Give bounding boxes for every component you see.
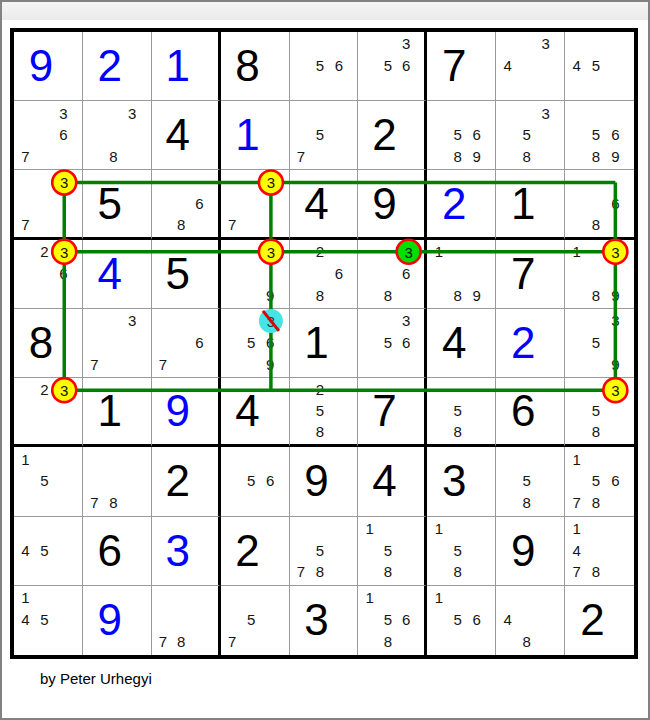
candidate-grid: 268 [292, 241, 349, 306]
candidate-grid: 3569 [223, 310, 280, 375]
cell-r1c8[interactable]: 34 [496, 32, 565, 101]
candidate-6: 6 [397, 55, 415, 77]
candidate-grid: 145 [16, 587, 73, 653]
candidate-8: 8 [311, 421, 330, 442]
candidate-3: 3 [123, 102, 142, 124]
candidate-grid: 48 [498, 587, 555, 653]
candidate-1: 1 [360, 587, 378, 609]
cell-r4c9[interactable]: 1389 [565, 240, 634, 309]
candidate-5: 5 [242, 609, 261, 631]
sudoku-board: 9218563567344536738415725689358568937568… [10, 28, 638, 659]
candidate-7: 7 [223, 631, 242, 653]
given-digit: 8 [221, 32, 275, 100]
candidate-4: 4 [498, 609, 517, 631]
cell-r5c2[interactable]: 37 [83, 309, 152, 378]
candidate-5: 5 [379, 332, 397, 354]
candidate-grid: 37 [85, 310, 142, 375]
candidate-grid: 1478 [567, 518, 625, 583]
candidate-1: 1 [16, 448, 35, 470]
candidate-6: 6 [329, 55, 348, 77]
candidate-grid: 39 [223, 241, 280, 306]
candidate-8: 8 [172, 631, 190, 653]
candidate-7: 7 [567, 492, 586, 514]
cell-r3c3[interactable]: 68 [152, 170, 221, 239]
candidate-5: 5 [586, 55, 605, 77]
candidate-5: 5 [35, 609, 54, 631]
candidate-8: 8 [379, 631, 397, 653]
candidate-3: 3 [606, 241, 625, 263]
candidate-1: 1 [567, 448, 586, 470]
candidate-5: 5 [586, 124, 605, 146]
candidate-5: 5 [35, 470, 54, 492]
cell-r1c4[interactable]: 8 [221, 32, 290, 101]
cell-r6c9[interactable]: 358 [565, 378, 634, 447]
candidate-1: 1 [429, 587, 448, 609]
candidate-6: 6 [261, 332, 280, 354]
candidate-grid: 359 [567, 310, 625, 375]
candidate-3: 3 [261, 171, 280, 192]
candidate-grid: 78 [154, 587, 209, 653]
candidate-grid: 15678 [567, 448, 625, 513]
given-digit: 4 [358, 447, 410, 515]
given-digit: 7 [358, 378, 410, 444]
candidate-grid: 34 [498, 33, 555, 98]
candidate-6: 6 [467, 124, 486, 146]
cell-r7c4[interactable]: 56 [221, 447, 290, 516]
candidate-9: 9 [606, 353, 625, 375]
cell-r4c2[interactable]: 4 [83, 240, 152, 309]
cell-r4c7[interactable]: 189 [427, 240, 496, 309]
candidate-3: 3 [54, 171, 73, 192]
cell-r7c2[interactable]: 78 [83, 447, 152, 516]
given-digit: 9 [358, 170, 410, 236]
candidate-4: 4 [16, 609, 35, 631]
cell-r7c5[interactable]: 9 [290, 447, 359, 516]
cell-r9c9[interactable]: 2 [565, 586, 634, 655]
given-digit: 3 [290, 586, 344, 655]
candidate-4: 4 [567, 539, 586, 561]
candidate-grid: 58 [498, 448, 555, 513]
top-toolbar [2, 2, 648, 20]
candidate-grid: 5689 [429, 102, 486, 167]
cell-r1c6[interactable]: 356 [358, 32, 427, 101]
candidate-grid: 158 [429, 518, 486, 583]
candidate-3: 3 [536, 33, 555, 55]
candidate-3: 3 [397, 310, 415, 332]
candidate-3: 3 [261, 241, 280, 263]
candidate-5: 5 [311, 124, 330, 146]
cell-r4c5[interactable]: 268 [290, 240, 359, 309]
candidate-grid: 158 [360, 518, 415, 583]
sudoku-board-container: 9218563567344536738415725689358568937568… [10, 28, 638, 659]
entered-digit: 1 [152, 32, 204, 100]
candidate-grid: 56 [292, 33, 349, 98]
cell-r9c4[interactable]: 57 [221, 586, 290, 655]
candidate-grid: 358 [567, 379, 625, 442]
cell-r3c4[interactable]: 37 [221, 170, 290, 239]
cell-r1c2[interactable]: 2 [83, 32, 152, 101]
cell-r6c5[interactable]: 258 [290, 378, 359, 447]
candidate-8: 8 [586, 492, 605, 514]
cell-r7c7[interactable]: 3 [427, 447, 496, 516]
cell-r3c8[interactable]: 1 [496, 170, 565, 239]
candidate-1: 1 [16, 587, 35, 609]
given-digit: 6 [83, 517, 137, 585]
cell-r7c6[interactable]: 4 [358, 447, 427, 516]
candidate-grid: 45 [567, 33, 625, 98]
candidate-3: 3 [54, 379, 73, 400]
candidate-8: 8 [172, 214, 190, 235]
candidate-8: 8 [379, 284, 397, 306]
candidate-grid: 37 [223, 171, 280, 234]
given-digit: 4 [152, 101, 204, 169]
candidate-grid: 5689 [567, 102, 625, 167]
candidate-9: 9 [606, 146, 625, 168]
candidate-5: 5 [311, 55, 330, 77]
candidate-3: 3 [536, 102, 555, 124]
cell-r6c3[interactable]: 9 [152, 378, 221, 447]
candidate-2: 2 [35, 379, 54, 400]
entered-digit: 2 [427, 170, 481, 236]
cell-r1c5[interactable]: 56 [290, 32, 359, 101]
candidate-6: 6 [329, 262, 348, 284]
candidate-7: 7 [223, 214, 242, 235]
cell-r2c9[interactable]: 5689 [565, 101, 634, 170]
candidate-4: 4 [567, 55, 586, 77]
candidate-grid: 156 [429, 587, 486, 653]
cell-r8c6[interactable]: 158 [358, 517, 427, 586]
cell-r4c1[interactable]: 236 [14, 240, 83, 309]
candidate-7: 7 [292, 561, 311, 583]
candidate-8: 8 [586, 146, 605, 168]
candidate-7: 7 [154, 353, 172, 375]
candidate-1: 1 [429, 241, 448, 263]
candidate-8: 8 [311, 284, 330, 306]
candidate-6: 6 [54, 124, 73, 146]
cell-r9c3[interactable]: 78 [152, 586, 221, 655]
given-digit: 1 [496, 170, 550, 236]
candidate-9: 9 [261, 353, 280, 375]
candidate-5: 5 [586, 332, 605, 354]
candidate-8: 8 [311, 561, 330, 583]
given-digit: 9 [496, 517, 550, 585]
given-digit: 8 [14, 309, 68, 377]
given-digit: 9 [290, 447, 344, 515]
cell-r6c6[interactable]: 7 [358, 378, 427, 447]
cell-r2c7[interactable]: 5689 [427, 101, 496, 170]
candidate-8: 8 [379, 561, 397, 583]
cell-r7c8[interactable]: 58 [496, 447, 565, 516]
candidate-grid: 15 [16, 448, 73, 513]
cell-r8c3[interactable]: 3 [152, 517, 221, 586]
candidate-grid: 57 [223, 587, 280, 653]
candidate-9: 9 [261, 284, 280, 306]
candidate-3: 3 [54, 102, 73, 124]
cell-r7c9[interactable]: 15678 [565, 447, 634, 516]
given-digit: 4 [221, 378, 275, 444]
candidate-7: 7 [154, 631, 172, 653]
cell-r2c5[interactable]: 57 [290, 101, 359, 170]
candidate-9: 9 [606, 284, 625, 306]
candidate-9: 9 [467, 284, 486, 306]
candidate-8: 8 [104, 492, 123, 514]
candidate-6: 6 [54, 262, 73, 284]
candidate-4: 4 [498, 55, 517, 77]
candidate-6: 6 [397, 332, 415, 354]
candidate-5: 5 [311, 400, 330, 421]
candidate-grid: 38 [85, 102, 142, 167]
cell-r9c8[interactable]: 48 [496, 586, 565, 655]
app-window: 9218563567344536738415725689358568937568… [0, 0, 650, 720]
candidate-grid: 37 [16, 171, 73, 234]
entered-digit: 9 [14, 32, 68, 100]
candidate-3: 3 [123, 310, 142, 332]
candidate-grid: 78 [85, 448, 142, 513]
candidate-8: 8 [586, 214, 605, 235]
candidate-7: 7 [567, 561, 586, 583]
cell-r5c3[interactable]: 67 [152, 309, 221, 378]
candidate-2: 2 [311, 241, 330, 263]
candidate-5: 5 [379, 55, 397, 77]
candidate-4: 4 [16, 539, 35, 561]
candidate-3: 3 [397, 241, 415, 263]
candidate-6: 6 [397, 262, 415, 284]
given-digit: 2 [358, 101, 410, 169]
candidate-7: 7 [292, 146, 311, 168]
candidate-6: 6 [261, 470, 280, 492]
cell-r6c1[interactable]: 23 [14, 378, 83, 447]
given-digit: 5 [83, 170, 137, 236]
entered-digit: 9 [83, 586, 137, 655]
candidate-5: 5 [448, 539, 467, 561]
candidate-8: 8 [448, 561, 467, 583]
candidate-1: 1 [567, 518, 586, 540]
candidate-5: 5 [517, 124, 536, 146]
cell-r8c5[interactable]: 578 [290, 517, 359, 586]
cell-r3c2[interactable]: 5 [83, 170, 152, 239]
cell-r5c8[interactable]: 2 [496, 309, 565, 378]
candidate-7: 7 [16, 214, 35, 235]
candidate-grid: 356 [360, 33, 415, 98]
cell-r4c8[interactable]: 7 [496, 240, 565, 309]
candidate-8: 8 [448, 421, 467, 442]
cell-r2c1[interactable]: 367 [14, 101, 83, 170]
cell-r8c7[interactable]: 158 [427, 517, 496, 586]
cell-r5c7[interactable]: 4 [427, 309, 496, 378]
candidate-9: 9 [467, 146, 486, 168]
candidate-grid: 367 [16, 102, 73, 167]
cell-r2c4[interactable]: 1 [221, 101, 290, 170]
candidate-grid: 189 [429, 241, 486, 306]
candidate-8: 8 [448, 146, 467, 168]
candidate-1: 1 [429, 518, 448, 540]
candidate-5: 5 [448, 609, 467, 631]
entered-digit: 4 [83, 240, 137, 308]
cell-r3c6[interactable]: 9 [358, 170, 427, 239]
candidate-grid: 58 [429, 379, 486, 442]
candidate-6: 6 [397, 609, 415, 631]
candidate-8: 8 [104, 146, 123, 168]
candidate-5: 5 [379, 609, 397, 631]
candidate-grid: 258 [292, 379, 349, 442]
candidate-6: 6 [190, 193, 208, 214]
cell-r7c3[interactable]: 2 [152, 447, 221, 516]
candidate-grid: 1568 [360, 587, 415, 653]
candidate-5: 5 [311, 539, 330, 561]
candidate-6: 6 [467, 609, 486, 631]
cell-r4c3[interactable]: 5 [152, 240, 221, 309]
candidate-grid: 68 [567, 171, 625, 234]
candidate-grid: 67 [154, 310, 209, 375]
candidate-5: 5 [517, 470, 536, 492]
candidate-grid: 45 [16, 518, 73, 583]
cell-r8c4[interactable]: 2 [221, 517, 290, 586]
cell-r5c4[interactable]: 3569 [221, 309, 290, 378]
candidate-6: 6 [606, 124, 625, 146]
candidate-grid: 356 [360, 310, 415, 375]
entered-digit: 1 [221, 101, 275, 169]
candidate-5: 5 [379, 539, 397, 561]
candidate-7: 7 [85, 492, 104, 514]
given-digit: 4 [427, 309, 481, 377]
candidate-6: 6 [190, 332, 208, 354]
credit-text: by Peter Urhegyi [40, 670, 152, 687]
candidate-7: 7 [16, 146, 35, 168]
cell-r6c4[interactable]: 4 [221, 378, 290, 447]
candidate-grid: 68 [154, 171, 209, 234]
cell-r3c5[interactable]: 4 [290, 170, 359, 239]
cell-r1c3[interactable]: 1 [152, 32, 221, 101]
candidate-7: 7 [85, 353, 104, 375]
candidate-2: 2 [311, 379, 330, 400]
cell-r4c6[interactable]: 368 [358, 240, 427, 309]
candidate-5: 5 [448, 124, 467, 146]
candidate-3: 3 [606, 379, 625, 400]
cell-r9c7[interactable]: 156 [427, 586, 496, 655]
entered-digit: 9 [152, 378, 204, 444]
given-digit: 4 [290, 170, 344, 236]
candidate-2: 2 [35, 241, 54, 263]
given-digit: 1 [290, 309, 344, 377]
cell-r9c1[interactable]: 145 [14, 586, 83, 655]
candidate-grid: 57 [292, 102, 349, 167]
candidate-grid: 1389 [567, 241, 625, 306]
candidate-8: 8 [586, 284, 605, 306]
cell-r8c1[interactable]: 45 [14, 517, 83, 586]
candidate-5: 5 [586, 470, 605, 492]
cell-r6c7[interactable]: 58 [427, 378, 496, 447]
candidate-3: 3 [397, 33, 415, 55]
candidate-8: 8 [448, 284, 467, 306]
cell-r5c6[interactable]: 356 [358, 309, 427, 378]
cell-r2c2[interactable]: 38 [83, 101, 152, 170]
cell-r2c3[interactable]: 4 [152, 101, 221, 170]
cell-r9c2[interactable]: 9 [83, 586, 152, 655]
candidate-grid: 358 [498, 102, 555, 167]
cell-r1c7[interactable]: 7 [427, 32, 496, 101]
cell-r2c6[interactable]: 2 [358, 101, 427, 170]
given-digit: 2 [221, 517, 275, 585]
cell-r4c4[interactable]: 39 [221, 240, 290, 309]
entered-digit: 2 [83, 32, 137, 100]
given-digit: 6 [496, 378, 550, 444]
cell-r6c8[interactable]: 6 [496, 378, 565, 447]
candidate-5: 5 [242, 332, 261, 354]
cell-r8c8[interactable]: 9 [496, 517, 565, 586]
cell-r5c5[interactable]: 1 [290, 309, 359, 378]
cell-r1c9[interactable]: 45 [565, 32, 634, 101]
candidate-grid: 236 [16, 241, 73, 306]
candidate-6: 6 [606, 193, 625, 214]
cell-r9c5[interactable]: 3 [290, 586, 359, 655]
candidate-5: 5 [35, 539, 54, 561]
candidate-grid: 23 [16, 379, 73, 442]
cell-r7c1[interactable]: 15 [14, 447, 83, 516]
given-digit: 3 [427, 447, 481, 515]
candidate-grid: 56 [223, 448, 280, 513]
cell-r3c9[interactable]: 68 [565, 170, 634, 239]
candidate-6: 6 [606, 470, 625, 492]
cell-r8c2[interactable]: 6 [83, 517, 152, 586]
cell-r1c1[interactable]: 9 [14, 32, 83, 101]
candidate-8: 8 [586, 561, 605, 583]
candidate-5: 5 [586, 400, 605, 421]
entered-digit: 2 [496, 309, 550, 377]
candidate-8: 8 [517, 631, 536, 653]
cell-r6c2[interactable]: 1 [83, 378, 152, 447]
candidate-8: 8 [517, 146, 536, 168]
cell-r9c6[interactable]: 1568 [358, 586, 427, 655]
given-digit: 1 [83, 378, 137, 444]
candidate-8: 8 [517, 492, 536, 514]
cell-r8c9[interactable]: 1478 [565, 517, 634, 586]
cell-r3c1[interactable]: 37 [14, 170, 83, 239]
candidate-1: 1 [567, 241, 586, 263]
given-digit: 5 [152, 240, 204, 308]
candidate-8: 8 [586, 421, 605, 442]
cell-r5c9[interactable]: 359 [565, 309, 634, 378]
cell-r2c8[interactable]: 358 [496, 101, 565, 170]
candidate-3: 3 [606, 310, 625, 332]
given-digit: 7 [496, 240, 550, 308]
candidate-1: 1 [360, 518, 378, 540]
candidate-5: 5 [242, 470, 261, 492]
entered-digit: 3 [152, 517, 204, 585]
given-digit: 7 [427, 32, 481, 100]
cell-r5c1[interactable]: 8 [14, 309, 83, 378]
given-digit: 2 [565, 586, 620, 655]
candidate-5: 5 [448, 400, 467, 421]
cell-r3c7[interactable]: 2 [427, 170, 496, 239]
candidate-3: 3 [54, 241, 73, 263]
given-digit: 2 [152, 447, 204, 515]
candidate-grid: 578 [292, 518, 349, 583]
candidate-grid: 368 [360, 241, 415, 306]
candidate-3: 3 [261, 310, 280, 332]
